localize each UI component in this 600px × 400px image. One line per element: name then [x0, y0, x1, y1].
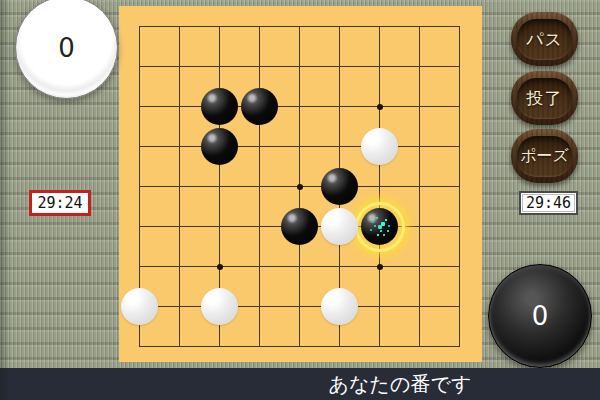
go-board[interactable] — [119, 6, 482, 362]
board-cell[interactable] — [280, 47, 320, 87]
board-cell[interactable] — [400, 207, 440, 247]
white-capture-bowl: 0 — [15, 0, 118, 99]
board-cell[interactable] — [240, 167, 280, 207]
stone-black — [201, 128, 238, 165]
board-cell[interactable] — [240, 47, 280, 87]
board-cell[interactable] — [160, 47, 200, 87]
pause-button[interactable]: ポーズ — [511, 129, 578, 183]
board-cell[interactable] — [360, 127, 400, 167]
board-cell[interactable] — [440, 47, 480, 87]
board-cell[interactable] — [160, 287, 200, 327]
board-cell[interactable] — [280, 247, 320, 287]
board-cell[interactable] — [200, 327, 240, 367]
black-capture-bowl: 0 — [488, 264, 592, 368]
board-cell[interactable] — [200, 167, 240, 207]
board-cell[interactable] — [320, 127, 360, 167]
board-cell[interactable] — [280, 7, 320, 47]
board-cell[interactable] — [200, 127, 240, 167]
board-cell[interactable] — [280, 207, 320, 247]
board-cell[interactable] — [120, 207, 160, 247]
board-cell[interactable] — [200, 87, 240, 127]
board-cell[interactable] — [240, 287, 280, 327]
board-cell[interactable] — [160, 167, 200, 207]
star-point — [377, 264, 383, 270]
board-cell[interactable] — [240, 87, 280, 127]
black-timer: 29:46 — [519, 191, 578, 215]
board-cell[interactable] — [120, 127, 160, 167]
star-point — [217, 264, 223, 270]
stone-black — [241, 88, 278, 125]
board-cell[interactable] — [400, 327, 440, 367]
stone-white — [201, 288, 238, 325]
pass-button[interactable]: パス — [511, 12, 578, 66]
board-cell[interactable] — [440, 7, 480, 47]
board-cell[interactable] — [120, 287, 160, 327]
board-cell[interactable] — [320, 47, 360, 87]
board-cell[interactable] — [320, 167, 360, 207]
board-cell[interactable] — [360, 7, 400, 47]
board-cell[interactable] — [400, 127, 440, 167]
black-capture-count: 0 — [532, 303, 549, 329]
board-cell[interactable] — [440, 327, 480, 367]
board-cell[interactable] — [360, 327, 400, 367]
board-cell[interactable] — [240, 7, 280, 47]
board-cell[interactable] — [280, 287, 320, 327]
white-capture-count: 0 — [58, 35, 75, 61]
board-cell[interactable] — [280, 327, 320, 367]
resign-button[interactable]: 投了 — [511, 71, 578, 125]
board-cell[interactable] — [320, 247, 360, 287]
turn-message: あなたの番です — [329, 371, 472, 398]
star-point — [297, 184, 303, 190]
board-cell[interactable] — [120, 247, 160, 287]
board-cell[interactable] — [160, 247, 200, 287]
board-cell[interactable] — [360, 207, 400, 247]
board-cell[interactable] — [160, 207, 200, 247]
pause-button-label: ポーズ — [520, 146, 569, 167]
board-cell[interactable] — [400, 167, 440, 207]
last-move-sparkle — [378, 225, 382, 229]
resign-button-label: 投了 — [527, 87, 563, 110]
board-cell[interactable] — [120, 167, 160, 207]
board-cell[interactable] — [200, 47, 240, 87]
board-cell[interactable] — [240, 127, 280, 167]
board-cell[interactable] — [440, 87, 480, 127]
board-cell[interactable] — [120, 7, 160, 47]
game-screen: 0 29:24 パス 投了 ポーズ 29:46 0 あなたの番です — [0, 0, 600, 400]
board-cell[interactable] — [360, 167, 400, 207]
board-cell[interactable] — [120, 327, 160, 367]
white-timer: 29:24 — [29, 190, 91, 216]
stone-black — [321, 168, 358, 205]
board-cell[interactable] — [400, 247, 440, 287]
stone-white — [321, 288, 358, 325]
board-cell[interactable] — [120, 87, 160, 127]
board-cell[interactable] — [440, 287, 480, 327]
stone-white — [361, 128, 398, 165]
board-cell[interactable] — [200, 247, 240, 287]
board-cell[interactable] — [160, 327, 200, 367]
board-cell[interactable] — [360, 247, 400, 287]
stone-black — [201, 88, 238, 125]
board-cells — [120, 7, 480, 367]
board-cell[interactable] — [400, 47, 440, 87]
board-cell[interactable] — [360, 87, 400, 127]
board-cell[interactable] — [160, 87, 200, 127]
board-cell[interactable] — [440, 167, 480, 207]
board-cell[interactable] — [320, 287, 360, 327]
board-cell[interactable] — [200, 287, 240, 327]
board-cell[interactable] — [440, 247, 480, 287]
status-bar: あなたの番です — [0, 368, 600, 400]
pass-button-label: パス — [526, 28, 563, 51]
board-cell[interactable] — [280, 127, 320, 167]
stone-white — [121, 288, 158, 325]
board-cell[interactable] — [360, 47, 400, 87]
board-cell[interactable] — [240, 327, 280, 367]
board-cell[interactable] — [160, 7, 200, 47]
board-cell[interactable] — [320, 87, 360, 127]
board-cell[interactable] — [240, 207, 280, 247]
board-cell[interactable] — [360, 287, 400, 327]
board-cell[interactable] — [320, 207, 360, 247]
board-cell[interactable] — [400, 7, 440, 47]
board-cell[interactable] — [120, 47, 160, 87]
board-cell[interactable] — [400, 87, 440, 127]
board-cell[interactable] — [400, 287, 440, 327]
board-cell[interactable] — [200, 207, 240, 247]
board-cell[interactable] — [280, 167, 320, 207]
board-cell[interactable] — [320, 327, 360, 367]
stone-white — [321, 208, 358, 245]
board-cell[interactable] — [280, 87, 320, 127]
stone-black — [281, 208, 318, 245]
board-cell[interactable] — [440, 207, 480, 247]
board-cell[interactable] — [320, 7, 360, 47]
board-cell[interactable] — [160, 127, 200, 167]
board-cell[interactable] — [240, 247, 280, 287]
star-point — [377, 104, 383, 110]
board-cell[interactable] — [200, 7, 240, 47]
board-cell[interactable] — [440, 127, 480, 167]
